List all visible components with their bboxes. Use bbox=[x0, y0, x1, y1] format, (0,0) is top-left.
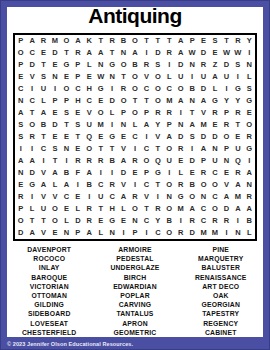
grid-cell-r13-c11[interactable]: I bbox=[129, 179, 140, 191]
grid-cell-r13-c21[interactable]: N bbox=[244, 179, 255, 191]
grid-cell-r7-c3[interactable]: A bbox=[38, 107, 49, 119]
grid-cell-r9-c5[interactable]: E bbox=[61, 131, 72, 143]
grid-cell-r14-c3[interactable]: V bbox=[38, 191, 49, 203]
grid-cell-r5-c18[interactable]: L bbox=[209, 83, 220, 95]
grid-cell-r1-c17[interactable]: E bbox=[198, 35, 209, 47]
grid-cell-r6-c2[interactable]: C bbox=[26, 95, 37, 107]
grid-cell-r16-c1[interactable]: O bbox=[15, 215, 26, 227]
grid-cell-r12-c14[interactable]: I bbox=[164, 167, 175, 179]
grid-cell-r17-c2[interactable]: A bbox=[26, 227, 37, 239]
grid-cell-r1-c1[interactable]: P bbox=[15, 35, 26, 47]
grid-cell-r5-c15[interactable]: O bbox=[175, 83, 186, 95]
grid-cell-r8-c11[interactable]: L bbox=[129, 119, 140, 131]
grid-cell-r3-c5[interactable]: G bbox=[61, 59, 72, 71]
grid-cell-r10-c5[interactable]: N bbox=[61, 143, 72, 155]
grid-cell-r15-c16[interactable]: A bbox=[186, 203, 197, 215]
grid-cell-r15-c17[interactable]: C bbox=[198, 203, 209, 215]
grid-cell-r15-c2[interactable]: L bbox=[26, 203, 37, 215]
grid-cell-r2-c13[interactable]: D bbox=[152, 47, 163, 59]
grid-cell-r14-c19[interactable]: A bbox=[221, 191, 232, 203]
grid-cell-r12-c20[interactable]: R bbox=[232, 167, 243, 179]
grid-cell-r6-c1[interactable]: N bbox=[15, 95, 26, 107]
grid-cell-r4-c16[interactable]: I bbox=[186, 71, 197, 83]
grid-cell-r4-c15[interactable]: U bbox=[175, 71, 186, 83]
grid-cell-r14-c2[interactable]: I bbox=[26, 191, 37, 203]
grid-cell-r12-c8[interactable]: I bbox=[95, 167, 106, 179]
grid-cell-r11-c12[interactable]: O bbox=[141, 155, 152, 167]
grid-cell-r14-c9[interactable]: C bbox=[106, 191, 117, 203]
grid-cell-r8-c14[interactable]: P bbox=[164, 119, 175, 131]
grid-cell-r8-c16[interactable]: A bbox=[186, 119, 197, 131]
grid-cell-r7-c8[interactable]: O bbox=[95, 107, 106, 119]
grid-cell-r15-c20[interactable]: A bbox=[232, 203, 243, 215]
grid-cell-r3-c14[interactable]: I bbox=[164, 59, 175, 71]
grid-cell-r10-c19[interactable]: P bbox=[221, 143, 232, 155]
grid-cell-r1-c4[interactable]: M bbox=[49, 35, 60, 47]
grid-cell-r12-c17[interactable]: R bbox=[198, 167, 209, 179]
grid-cell-r13-c13[interactable]: T bbox=[152, 179, 163, 191]
grid-cell-r16-c15[interactable]: I bbox=[175, 215, 186, 227]
grid-cell-r8-c10[interactable]: N bbox=[118, 119, 129, 131]
grid-cell-r11-c7[interactable]: R bbox=[84, 155, 95, 167]
grid-cell-r11-c14[interactable]: U bbox=[164, 155, 175, 167]
grid-cell-r6-c20[interactable]: Y bbox=[232, 95, 243, 107]
grid-cell-r6-c12[interactable]: T bbox=[141, 95, 152, 107]
grid-cell-r6-c5[interactable]: P bbox=[61, 95, 72, 107]
grid-cell-r3-c1[interactable]: P bbox=[15, 59, 26, 71]
grid-cell-r2-c8[interactable]: A bbox=[95, 47, 106, 59]
grid-cell-r11-c18[interactable]: U bbox=[209, 155, 220, 167]
grid-cell-r17-c13[interactable]: C bbox=[152, 227, 163, 239]
grid-cell-r5-c3[interactable]: U bbox=[38, 83, 49, 95]
grid-cell-r10-c11[interactable]: I bbox=[129, 143, 140, 155]
grid-cell-r3-c8[interactable]: N bbox=[95, 59, 106, 71]
grid-cell-r13-c20[interactable]: A bbox=[232, 179, 243, 191]
grid-cell-r5-c19[interactable]: I bbox=[221, 83, 232, 95]
grid-cell-r11-c13[interactable]: Q bbox=[152, 155, 163, 167]
grid-cell-r12-c13[interactable]: G bbox=[152, 167, 163, 179]
grid-cell-r2-c20[interactable]: W bbox=[232, 47, 243, 59]
grid-cell-r13-c9[interactable]: R bbox=[106, 179, 117, 191]
grid-cell-r7-c5[interactable]: S bbox=[61, 107, 72, 119]
grid-cell-r4-c9[interactable]: N bbox=[106, 71, 117, 83]
grid-cell-r3-c19[interactable]: D bbox=[221, 59, 232, 71]
grid-cell-r7-c11[interactable]: O bbox=[129, 107, 140, 119]
grid-cell-r3-c10[interactable]: O bbox=[118, 59, 129, 71]
grid-cell-r16-c9[interactable]: G bbox=[106, 215, 117, 227]
grid-cell-r13-c17[interactable]: O bbox=[198, 179, 209, 191]
grid-cell-r16-c5[interactable]: L bbox=[61, 215, 72, 227]
grid-cell-r2-c19[interactable]: W bbox=[221, 47, 232, 59]
grid-cell-r4-c13[interactable]: O bbox=[152, 71, 163, 83]
grid-cell-r2-c1[interactable]: O bbox=[15, 47, 26, 59]
grid-cell-r6-c18[interactable]: G bbox=[209, 95, 220, 107]
grid-cell-r12-c12[interactable]: P bbox=[141, 167, 152, 179]
grid-cell-r1-c6[interactable]: A bbox=[72, 35, 83, 47]
grid-cell-r14-c21[interactable]: R bbox=[244, 191, 255, 203]
grid-cell-r3-c18[interactable]: Z bbox=[209, 59, 220, 71]
grid-cell-r2-c9[interactable]: T bbox=[106, 47, 117, 59]
grid-cell-r2-c21[interactable]: I bbox=[244, 47, 255, 59]
grid-cell-r4-c21[interactable]: L bbox=[244, 71, 255, 83]
grid-cell-r4-c14[interactable]: L bbox=[164, 71, 175, 83]
grid-cell-r12-c4[interactable]: A bbox=[49, 167, 60, 179]
grid-cell-r1-c3[interactable]: R bbox=[38, 35, 49, 47]
grid-cell-r10-c10[interactable]: V bbox=[118, 143, 129, 155]
grid-cell-r16-c11[interactable]: N bbox=[129, 215, 140, 227]
grid-cell-r17-c18[interactable]: M bbox=[209, 227, 220, 239]
grid-cell-r8-c12[interactable]: A bbox=[141, 119, 152, 131]
grid-cell-r4-c7[interactable]: E bbox=[84, 71, 95, 83]
grid-cell-r11-c15[interactable]: E bbox=[175, 155, 186, 167]
grid-cell-r15-c10[interactable]: L bbox=[118, 203, 129, 215]
grid-cell-r4-c19[interactable]: U bbox=[221, 71, 232, 83]
grid-cell-r10-c18[interactable]: N bbox=[209, 143, 220, 155]
grid-cell-r6-c21[interactable]: G bbox=[244, 95, 255, 107]
grid-cell-r2-c7[interactable]: A bbox=[84, 47, 95, 59]
grid-cell-r14-c14[interactable]: N bbox=[164, 191, 175, 203]
grid-cell-r8-c13[interactable]: Y bbox=[152, 119, 163, 131]
grid-cell-r9-c16[interactable]: S bbox=[186, 131, 197, 143]
grid-cell-r8-c2[interactable]: O bbox=[26, 119, 37, 131]
grid-cell-r15-c9[interactable]: H bbox=[106, 203, 117, 215]
grid-cell-r13-c18[interactable]: O bbox=[209, 179, 220, 191]
grid-cell-r11-c1[interactable]: A bbox=[15, 155, 26, 167]
grid-cell-r16-c20[interactable]: I bbox=[232, 215, 243, 227]
grid-cell-r7-c15[interactable]: I bbox=[175, 107, 186, 119]
grid-cell-r17-c20[interactable]: N bbox=[232, 227, 243, 239]
grid-cell-r15-c19[interactable]: D bbox=[221, 203, 232, 215]
grid-cell-r9-c10[interactable]: E bbox=[118, 131, 129, 143]
grid-cell-r10-c16[interactable]: I bbox=[186, 143, 197, 155]
grid-cell-r11-c19[interactable]: N bbox=[221, 155, 232, 167]
grid-cell-r12-c11[interactable]: E bbox=[129, 167, 140, 179]
grid-cell-r2-c6[interactable]: R bbox=[72, 47, 83, 59]
grid-cell-r4-c20[interactable]: I bbox=[232, 71, 243, 83]
grid-cell-r12-c6[interactable]: F bbox=[72, 167, 83, 179]
grid-cell-r17-c8[interactable]: L bbox=[95, 227, 106, 239]
grid-cell-r12-c5[interactable]: B bbox=[61, 167, 72, 179]
grid-cell-r4-c8[interactable]: W bbox=[95, 71, 106, 83]
grid-cell-r8-c17[interactable]: M bbox=[198, 119, 209, 131]
grid-cell-r1-c9[interactable]: R bbox=[106, 35, 117, 47]
grid-cell-r16-c21[interactable]: B bbox=[244, 215, 255, 227]
grid-cell-r4-c17[interactable]: U bbox=[198, 71, 209, 83]
grid-cell-r3-c2[interactable]: D bbox=[26, 59, 37, 71]
grid-cell-r1-c13[interactable]: T bbox=[152, 35, 163, 47]
grid-cell-r6-c4[interactable]: P bbox=[49, 95, 60, 107]
grid-cell-r3-c12[interactable]: R bbox=[141, 59, 152, 71]
grid-cell-r7-c13[interactable]: R bbox=[152, 107, 163, 119]
grid-cell-r15-c21[interactable]: A bbox=[244, 203, 255, 215]
grid-cell-r3-c16[interactable]: N bbox=[186, 59, 197, 71]
grid-cell-r1-c7[interactable]: K bbox=[84, 35, 95, 47]
grid-cell-r14-c17[interactable]: N bbox=[198, 191, 209, 203]
grid-cell-r14-c4[interactable]: V bbox=[49, 191, 60, 203]
grid-cell-r3-c4[interactable]: E bbox=[49, 59, 60, 71]
grid-cell-r3-c9[interactable]: G bbox=[106, 59, 117, 71]
grid-cell-r12-c3[interactable]: V bbox=[38, 167, 49, 179]
grid-cell-r12-c15[interactable]: L bbox=[175, 167, 186, 179]
grid-cell-r16-c8[interactable]: E bbox=[95, 215, 106, 227]
grid-cell-r15-c15[interactable]: M bbox=[175, 203, 186, 215]
grid-cell-r2-c4[interactable]: D bbox=[49, 47, 60, 59]
grid-cell-r4-c1[interactable]: E bbox=[15, 71, 26, 83]
grid-cell-r17-c19[interactable]: I bbox=[221, 227, 232, 239]
grid-cell-r8-c4[interactable]: D bbox=[49, 119, 60, 131]
grid-cell-r4-c4[interactable]: N bbox=[49, 71, 60, 83]
grid-cell-r14-c20[interactable]: M bbox=[232, 191, 243, 203]
grid-cell-r9-c11[interactable]: C bbox=[129, 131, 140, 143]
grid-cell-r11-c2[interactable]: A bbox=[26, 155, 37, 167]
grid-cell-r5-c16[interactable]: B bbox=[186, 83, 197, 95]
grid-cell-r17-c21[interactable]: L bbox=[244, 227, 255, 239]
grid-cell-r9-c13[interactable]: V bbox=[152, 131, 163, 143]
grid-cell-r8-c19[interactable]: R bbox=[221, 119, 232, 131]
grid-cell-r14-c13[interactable]: I bbox=[152, 191, 163, 203]
grid-cell-r10-c14[interactable]: O bbox=[164, 143, 175, 155]
grid-cell-r10-c17[interactable]: A bbox=[198, 143, 209, 155]
grid-cell-r17-c9[interactable]: N bbox=[106, 227, 117, 239]
grid-cell-r9-c19[interactable]: O bbox=[221, 131, 232, 143]
grid-cell-r14-c16[interactable]: O bbox=[186, 191, 197, 203]
grid-cell-r8-c1[interactable]: S bbox=[15, 119, 26, 131]
grid-cell-r9-c9[interactable]: G bbox=[106, 131, 117, 143]
grid-cell-r7-c17[interactable]: V bbox=[198, 107, 209, 119]
grid-cell-r6-c13[interactable]: O bbox=[152, 95, 163, 107]
grid-cell-r10-c7[interactable]: O bbox=[84, 143, 95, 155]
grid-cell-r5-c5[interactable]: O bbox=[61, 83, 72, 95]
grid-cell-r1-c2[interactable]: A bbox=[26, 35, 37, 47]
grid-cell-r6-c19[interactable]: Y bbox=[221, 95, 232, 107]
grid-cell-r1-c5[interactable]: O bbox=[61, 35, 72, 47]
grid-cell-r7-c19[interactable]: P bbox=[221, 107, 232, 119]
grid-cell-r15-c6[interactable]: L bbox=[72, 203, 83, 215]
grid-cell-r4-c5[interactable]: E bbox=[61, 71, 72, 83]
grid-cell-r4-c3[interactable]: S bbox=[38, 71, 49, 83]
grid-cell-r9-c2[interactable]: R bbox=[26, 131, 37, 143]
grid-cell-r1-c12[interactable]: T bbox=[141, 35, 152, 47]
grid-cell-r4-c12[interactable]: V bbox=[141, 71, 152, 83]
grid-cell-r17-c6[interactable]: P bbox=[72, 227, 83, 239]
grid-cell-r2-c14[interactable]: R bbox=[164, 47, 175, 59]
grid-cell-r10-c12[interactable]: C bbox=[141, 143, 152, 155]
grid-cell-r15-c8[interactable]: T bbox=[95, 203, 106, 215]
grid-cell-r16-c19[interactable]: R bbox=[221, 215, 232, 227]
grid-cell-r6-c11[interactable]: T bbox=[129, 95, 140, 107]
grid-cell-r7-c20[interactable]: R bbox=[232, 107, 243, 119]
grid-cell-r5-c14[interactable]: C bbox=[164, 83, 175, 95]
grid-cell-r11-c3[interactable]: I bbox=[38, 155, 49, 167]
grid-cell-r5-c9[interactable]: I bbox=[106, 83, 117, 95]
grid-cell-r6-c17[interactable]: A bbox=[198, 95, 209, 107]
grid-cell-r9-c21[interactable]: R bbox=[244, 131, 255, 143]
grid-cell-r13-c6[interactable]: I bbox=[72, 179, 83, 191]
grid-cell-r4-c18[interactable]: A bbox=[209, 71, 220, 83]
grid-cell-r3-c17[interactable]: R bbox=[198, 59, 209, 71]
grid-cell-r5-c4[interactable]: I bbox=[49, 83, 60, 95]
grid-cell-r6-c9[interactable]: D bbox=[106, 95, 117, 107]
grid-cell-r7-c16[interactable]: T bbox=[186, 107, 197, 119]
grid-cell-r8-c5[interactable]: T bbox=[61, 119, 72, 131]
grid-cell-r13-c5[interactable]: A bbox=[61, 179, 72, 191]
grid-cell-r12-c7[interactable]: A bbox=[84, 167, 95, 179]
grid-cell-r11-c8[interactable]: R bbox=[95, 155, 106, 167]
grid-cell-r13-c4[interactable]: L bbox=[49, 179, 60, 191]
grid-cell-r16-c17[interactable]: C bbox=[198, 215, 209, 227]
grid-cell-r6-c7[interactable]: C bbox=[84, 95, 95, 107]
grid-cell-r12-c16[interactable]: E bbox=[186, 167, 197, 179]
grid-cell-r16-c16[interactable]: R bbox=[186, 215, 197, 227]
grid-cell-r13-c8[interactable]: C bbox=[95, 179, 106, 191]
grid-cell-r12-c19[interactable]: E bbox=[221, 167, 232, 179]
grid-cell-r16-c13[interactable]: Y bbox=[152, 215, 163, 227]
grid-cell-r5-c17[interactable]: D bbox=[198, 83, 209, 95]
grid-cell-r9-c17[interactable]: D bbox=[198, 131, 209, 143]
grid-cell-r13-c1[interactable]: E bbox=[15, 179, 26, 191]
grid-cell-r8-c9[interactable]: I bbox=[106, 119, 117, 131]
grid-cell-r7-c18[interactable]: R bbox=[209, 107, 220, 119]
grid-cell-r16-c10[interactable]: E bbox=[118, 215, 129, 227]
grid-cell-r7-c2[interactable]: T bbox=[26, 107, 37, 119]
grid-cell-r16-c3[interactable]: T bbox=[38, 215, 49, 227]
grid-cell-r7-c12[interactable]: P bbox=[141, 107, 152, 119]
grid-cell-r8-c6[interactable]: S bbox=[72, 119, 83, 131]
grid-cell-r8-c15[interactable]: N bbox=[175, 119, 186, 131]
grid-cell-r15-c13[interactable]: R bbox=[152, 203, 163, 215]
grid-cell-r17-c11[interactable]: P bbox=[129, 227, 140, 239]
grid-cell-r3-c20[interactable]: S bbox=[232, 59, 243, 71]
grid-cell-r8-c21[interactable]: O bbox=[244, 119, 255, 131]
grid-cell-r7-c10[interactable]: P bbox=[118, 107, 129, 119]
grid-cell-r17-c15[interactable]: R bbox=[175, 227, 186, 239]
grid-cell-r11-c5[interactable]: I bbox=[61, 155, 72, 167]
grid-cell-r15-c11[interactable]: O bbox=[129, 203, 140, 215]
grid-cell-r17-c12[interactable]: I bbox=[141, 227, 152, 239]
grid-cell-r14-c8[interactable]: U bbox=[95, 191, 106, 203]
grid-cell-r10-c4[interactable]: S bbox=[49, 143, 60, 155]
grid-cell-r3-c6[interactable]: P bbox=[72, 59, 83, 71]
grid-cell-r5-c2[interactable]: I bbox=[26, 83, 37, 95]
grid-cell-r8-c7[interactable]: U bbox=[84, 119, 95, 131]
grid-cell-r6-c15[interactable]: A bbox=[175, 95, 186, 107]
grid-cell-r4-c6[interactable]: P bbox=[72, 71, 83, 83]
grid-cell-r10-c20[interactable]: U bbox=[232, 143, 243, 155]
grid-cell-r4-c2[interactable]: V bbox=[26, 71, 37, 83]
grid-cell-r7-c1[interactable]: A bbox=[15, 107, 26, 119]
grid-cell-r10-c21[interactable]: G bbox=[244, 143, 255, 155]
grid-cell-r10-c1[interactable]: I bbox=[15, 143, 26, 155]
grid-cell-r2-c18[interactable]: E bbox=[209, 47, 220, 59]
grid-cell-r16-c4[interactable]: O bbox=[49, 215, 60, 227]
grid-cell-r1-c10[interactable]: B bbox=[118, 35, 129, 47]
grid-cell-r11-c9[interactable]: B bbox=[106, 155, 117, 167]
grid-cell-r3-c15[interactable]: D bbox=[175, 59, 186, 71]
grid-cell-r17-c7[interactable]: A bbox=[84, 227, 95, 239]
grid-cell-r9-c20[interactable]: E bbox=[232, 131, 243, 143]
grid-cell-r3-c21[interactable]: N bbox=[244, 59, 255, 71]
grid-cell-r14-c12[interactable]: V bbox=[141, 191, 152, 203]
grid-cell-r11-c4[interactable]: T bbox=[49, 155, 60, 167]
grid-cell-r2-c17[interactable]: D bbox=[198, 47, 209, 59]
grid-cell-r3-c13[interactable]: S bbox=[152, 59, 163, 71]
grid-cell-r13-c10[interactable]: V bbox=[118, 179, 129, 191]
grid-cell-r4-c11[interactable]: O bbox=[129, 71, 140, 83]
grid-cell-r9-c12[interactable]: I bbox=[141, 131, 152, 143]
grid-cell-r16-c18[interactable]: R bbox=[209, 215, 220, 227]
grid-cell-r3-c7[interactable]: L bbox=[84, 59, 95, 71]
grid-cell-r16-c12[interactable]: C bbox=[141, 215, 152, 227]
grid-cell-r5-c8[interactable]: G bbox=[95, 83, 106, 95]
grid-cell-r17-c1[interactable]: D bbox=[15, 227, 26, 239]
grid-cell-r15-c4[interactable]: O bbox=[49, 203, 60, 215]
grid-cell-r3-c3[interactable]: T bbox=[38, 59, 49, 71]
grid-cell-r12-c21[interactable]: A bbox=[244, 167, 255, 179]
grid-cell-r5-c20[interactable]: G bbox=[232, 83, 243, 95]
grid-cell-r17-c14[interactable]: O bbox=[164, 227, 175, 239]
grid-cell-r3-c11[interactable]: B bbox=[129, 59, 140, 71]
grid-cell-r9-c18[interactable]: D bbox=[209, 131, 220, 143]
grid-cell-r11-c11[interactable]: R bbox=[129, 155, 140, 167]
grid-cell-r15-c1[interactable]: P bbox=[15, 203, 26, 215]
grid-cell-r8-c3[interactable]: B bbox=[38, 119, 49, 131]
grid-cell-r9-c6[interactable]: T bbox=[72, 131, 83, 143]
grid-cell-r2-c15[interactable]: A bbox=[175, 47, 186, 59]
grid-cell-r9-c4[interactable]: E bbox=[49, 131, 60, 143]
grid-cell-r13-c3[interactable]: A bbox=[38, 179, 49, 191]
grid-cell-r10-c9[interactable]: T bbox=[106, 143, 117, 155]
grid-cell-r17-c10[interactable]: I bbox=[118, 227, 129, 239]
grid-cell-r7-c4[interactable]: E bbox=[49, 107, 60, 119]
grid-cell-r8-c8[interactable]: M bbox=[95, 119, 106, 131]
grid-cell-r14-c1[interactable]: R bbox=[15, 191, 26, 203]
grid-cell-r2-c3[interactable]: E bbox=[38, 47, 49, 59]
grid-cell-r6-c8[interactable]: E bbox=[95, 95, 106, 107]
grid-cell-r2-c5[interactable]: T bbox=[61, 47, 72, 59]
grid-cell-r1-c16[interactable]: P bbox=[186, 35, 197, 47]
grid-cell-r15-c12[interactable]: T bbox=[141, 203, 152, 215]
grid-cell-r5-c13[interactable]: O bbox=[152, 83, 163, 95]
grid-cell-r10-c6[interactable]: E bbox=[72, 143, 83, 155]
grid-cell-r8-c20[interactable]: T bbox=[232, 119, 243, 131]
grid-cell-r11-c16[interactable]: D bbox=[186, 155, 197, 167]
grid-cell-r17-c5[interactable]: N bbox=[61, 227, 72, 239]
grid-cell-r4-c10[interactable]: T bbox=[118, 71, 129, 83]
grid-cell-r12-c2[interactable]: D bbox=[26, 167, 37, 179]
grid-cell-r1-c21[interactable]: Y bbox=[244, 35, 255, 47]
grid-cell-r17-c3[interactable]: V bbox=[38, 227, 49, 239]
grid-cell-r7-c9[interactable]: L bbox=[106, 107, 117, 119]
grid-cell-r13-c16[interactable]: B bbox=[186, 179, 197, 191]
grid-cell-r15-c7[interactable]: R bbox=[84, 203, 95, 215]
grid-cell-r12-c1[interactable]: N bbox=[15, 167, 26, 179]
grid-cell-r14-c10[interactable]: A bbox=[118, 191, 129, 203]
grid-cell-r2-c2[interactable]: C bbox=[26, 47, 37, 59]
grid-cell-r9-c15[interactable]: D bbox=[175, 131, 186, 143]
grid-cell-r2-c16[interactable]: W bbox=[186, 47, 197, 59]
grid-cell-r10-c8[interactable]: T bbox=[95, 143, 106, 155]
grid-cell-r13-c12[interactable]: C bbox=[141, 179, 152, 191]
grid-cell-r6-c10[interactable]: O bbox=[118, 95, 129, 107]
grid-cell-r13-c7[interactable]: B bbox=[84, 179, 95, 191]
grid-cell-r15-c18[interactable]: O bbox=[209, 203, 220, 215]
grid-cell-r2-c12[interactable]: I bbox=[141, 47, 152, 59]
grid-cell-r11-c20[interactable]: Q bbox=[232, 155, 243, 167]
grid-cell-r1-c11[interactable]: O bbox=[129, 35, 140, 47]
grid-cell-r12-c10[interactable]: D bbox=[118, 167, 129, 179]
grid-cell-r9-c3[interactable]: T bbox=[38, 131, 49, 143]
grid-cell-r17-c4[interactable]: E bbox=[49, 227, 60, 239]
